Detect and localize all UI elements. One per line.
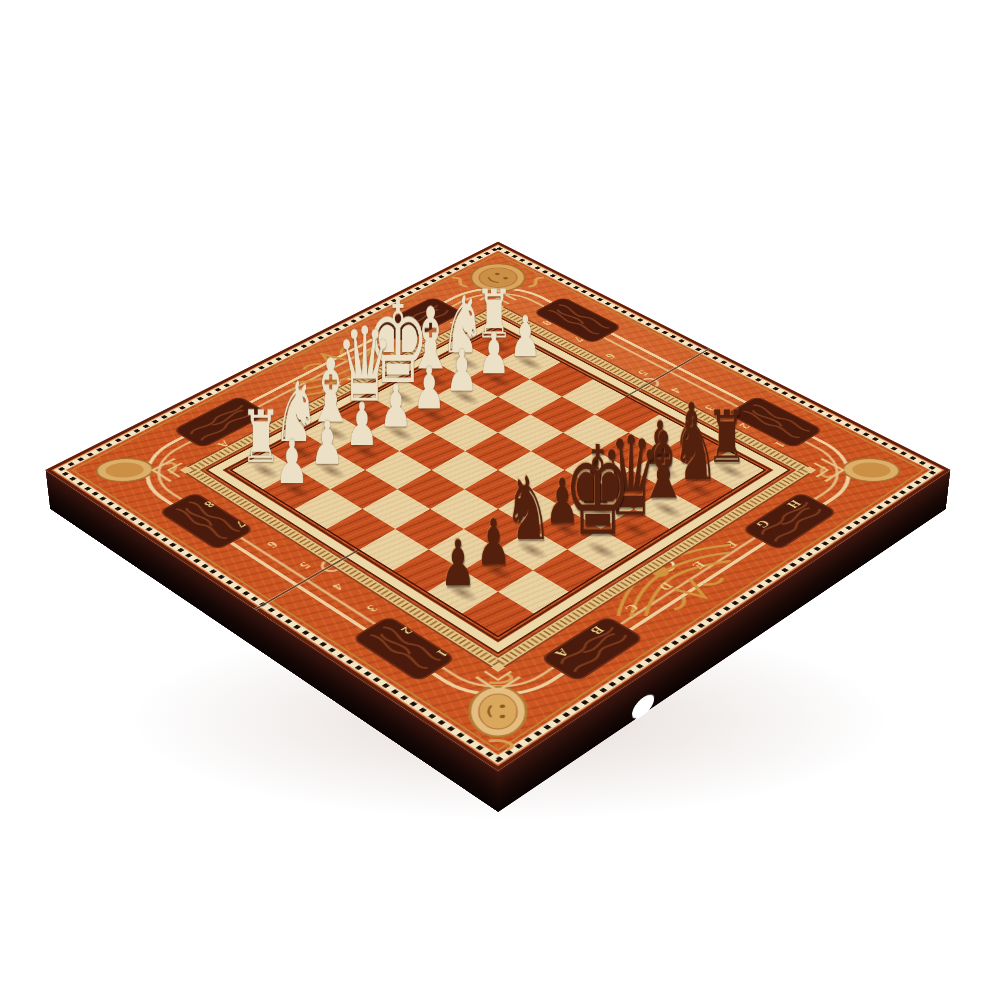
piece-glyph: ♟ [405,531,511,595]
product-photo-scene: 1122334455667788AABBCCDDEEFFGGHH ♜♞♝♛♚♝♞… [0,0,1000,1000]
camera-glare [45,205,335,345]
piece-glyph: ♟ [242,431,342,492]
piece-glyph: ♚ [546,429,649,552]
